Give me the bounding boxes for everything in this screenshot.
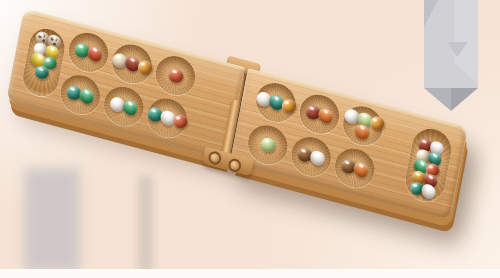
stone-amber[interactable]: [369, 116, 384, 130]
background-grey-band-thin: [138, 176, 153, 272]
screenshot-canvas: [0, 0, 500, 278]
pit-top-1[interactable]: [66, 28, 112, 76]
background-bottom-strip: [0, 269, 500, 278]
down-arrow-icon: [424, 0, 478, 112]
pit-bottom-6[interactable]: [332, 144, 378, 192]
pit-bottom-5[interactable]: [288, 133, 334, 181]
stone-red[interactable]: [172, 114, 187, 128]
pit-top-2[interactable]: [109, 40, 155, 88]
stone-red[interactable]: [167, 67, 184, 85]
background-grey-band: [24, 168, 80, 272]
hinge-dowel-icon: [207, 150, 222, 166]
pit-top-6[interactable]: [340, 102, 386, 150]
pit-top-4[interactable]: [253, 79, 299, 127]
store-right[interactable]: [402, 124, 454, 205]
stone-amber[interactable]: [137, 60, 152, 74]
pit-bottom-1[interactable]: [57, 71, 103, 119]
stone-pale-green[interactable]: [259, 136, 276, 154]
pit-top-5[interactable]: [296, 90, 342, 138]
pit-top-3[interactable]: [153, 52, 199, 100]
stone-amber[interactable]: [281, 99, 296, 113]
pit-bottom-3[interactable]: [144, 94, 190, 142]
pit-bottom-2[interactable]: [101, 82, 147, 130]
